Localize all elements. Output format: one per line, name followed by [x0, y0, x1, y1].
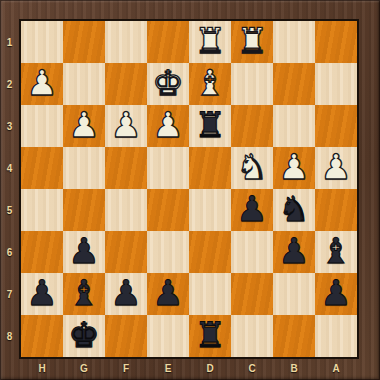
piece-white-knight[interactable]: ♞ [236, 150, 267, 185]
file-label-e: E [147, 357, 189, 380]
square-g2[interactable] [63, 63, 105, 105]
rank-label-4: 4 [0, 147, 19, 189]
square-h4[interactable] [21, 147, 63, 189]
square-b6[interactable]: ♟ [273, 231, 315, 273]
square-e2[interactable]: ♚ [147, 63, 189, 105]
square-d3[interactable]: ♜ [189, 105, 231, 147]
chess-app: 12345678 HGFEDCBA ♜♜♟♚♝♟♟♟♜♞♟♟♟♞♟♟♝♟♝♟♟♟… [0, 0, 380, 380]
square-e8[interactable] [147, 315, 189, 357]
square-c2[interactable] [231, 63, 273, 105]
square-a2[interactable] [315, 63, 357, 105]
square-h1[interactable] [21, 21, 63, 63]
piece-black-king[interactable]: ♚ [68, 318, 99, 353]
square-g4[interactable] [63, 147, 105, 189]
piece-white-pawn[interactable]: ♟ [278, 150, 309, 185]
square-f6[interactable] [105, 231, 147, 273]
piece-white-pawn[interactable]: ♟ [152, 108, 183, 143]
square-c1[interactable]: ♜ [231, 21, 273, 63]
piece-white-rook[interactable]: ♜ [194, 24, 225, 59]
square-f4[interactable] [105, 147, 147, 189]
square-c6[interactable] [231, 231, 273, 273]
square-h6[interactable] [21, 231, 63, 273]
square-a8[interactable] [315, 315, 357, 357]
square-f5[interactable] [105, 189, 147, 231]
piece-white-pawn[interactable]: ♟ [68, 108, 99, 143]
piece-white-pawn[interactable]: ♟ [110, 108, 141, 143]
square-h8[interactable] [21, 315, 63, 357]
square-g5[interactable] [63, 189, 105, 231]
file-label-d: D [189, 357, 231, 380]
piece-white-rook[interactable]: ♜ [236, 24, 267, 59]
square-d4[interactable] [189, 147, 231, 189]
piece-black-pawn[interactable]: ♟ [236, 192, 267, 227]
piece-black-pawn[interactable]: ♟ [68, 234, 99, 269]
square-f1[interactable] [105, 21, 147, 63]
piece-white-pawn[interactable]: ♟ [26, 66, 57, 101]
square-a7[interactable]: ♟ [315, 273, 357, 315]
rank-label-2: 2 [0, 63, 19, 105]
piece-white-bishop[interactable]: ♝ [194, 66, 225, 101]
piece-black-pawn[interactable]: ♟ [26, 276, 57, 311]
square-d7[interactable] [189, 273, 231, 315]
piece-black-pawn[interactable]: ♟ [152, 276, 183, 311]
rank-labels: 12345678 [0, 21, 19, 357]
piece-black-bishop[interactable]: ♝ [320, 234, 351, 269]
rank-label-3: 3 [0, 105, 19, 147]
piece-black-bishop[interactable]: ♝ [68, 276, 99, 311]
square-f8[interactable] [105, 315, 147, 357]
square-h5[interactable] [21, 189, 63, 231]
square-b1[interactable] [273, 21, 315, 63]
square-e5[interactable] [147, 189, 189, 231]
rank-label-5: 5 [0, 189, 19, 231]
file-label-h: H [21, 357, 63, 380]
rank-label-6: 6 [0, 231, 19, 273]
file-label-g: G [63, 357, 105, 380]
square-e6[interactable] [147, 231, 189, 273]
square-d1[interactable]: ♜ [189, 21, 231, 63]
square-d8[interactable]: ♜ [189, 315, 231, 357]
square-e1[interactable] [147, 21, 189, 63]
square-b5[interactable]: ♞ [273, 189, 315, 231]
square-h7[interactable]: ♟ [21, 273, 63, 315]
square-c5[interactable]: ♟ [231, 189, 273, 231]
square-c4[interactable]: ♞ [231, 147, 273, 189]
piece-black-knight[interactable]: ♞ [278, 192, 309, 227]
square-e4[interactable] [147, 147, 189, 189]
piece-black-pawn[interactable]: ♟ [278, 234, 309, 269]
square-f7[interactable]: ♟ [105, 273, 147, 315]
square-g1[interactable] [63, 21, 105, 63]
square-a1[interactable] [315, 21, 357, 63]
square-c3[interactable] [231, 105, 273, 147]
square-h3[interactable] [21, 105, 63, 147]
file-labels: HGFEDCBA [21, 357, 357, 380]
square-b2[interactable] [273, 63, 315, 105]
square-a4[interactable]: ♟ [315, 147, 357, 189]
square-c7[interactable] [231, 273, 273, 315]
square-g6[interactable]: ♟ [63, 231, 105, 273]
square-b7[interactable] [273, 273, 315, 315]
file-label-a: A [315, 357, 357, 380]
square-e7[interactable]: ♟ [147, 273, 189, 315]
square-g3[interactable]: ♟ [63, 105, 105, 147]
square-g8[interactable]: ♚ [63, 315, 105, 357]
square-a3[interactable] [315, 105, 357, 147]
piece-white-king[interactable]: ♚ [152, 66, 183, 101]
piece-black-rook[interactable]: ♜ [194, 318, 225, 353]
rank-label-1: 1 [0, 21, 19, 63]
square-f3[interactable]: ♟ [105, 105, 147, 147]
square-d5[interactable] [189, 189, 231, 231]
square-c8[interactable] [231, 315, 273, 357]
square-a5[interactable] [315, 189, 357, 231]
piece-black-rook[interactable]: ♜ [194, 108, 225, 143]
square-e3[interactable]: ♟ [147, 105, 189, 147]
square-f2[interactable] [105, 63, 147, 105]
square-b8[interactable] [273, 315, 315, 357]
file-label-c: C [231, 357, 273, 380]
square-g7[interactable]: ♝ [63, 273, 105, 315]
square-d6[interactable] [189, 231, 231, 273]
rank-label-8: 8 [0, 315, 19, 357]
file-label-b: B [273, 357, 315, 380]
square-d2[interactable]: ♝ [189, 63, 231, 105]
rank-label-7: 7 [0, 273, 19, 315]
piece-black-pawn[interactable]: ♟ [110, 276, 141, 311]
square-a6[interactable]: ♝ [315, 231, 357, 273]
file-label-f: F [105, 357, 147, 380]
chess-board: ♜♜♟♚♝♟♟♟♜♞♟♟♟♞♟♟♝♟♝♟♟♟♚♜ [19, 19, 359, 359]
piece-black-pawn[interactable]: ♟ [320, 276, 351, 311]
square-b3[interactable] [273, 105, 315, 147]
square-h2[interactable]: ♟ [21, 63, 63, 105]
piece-white-pawn[interactable]: ♟ [320, 150, 351, 185]
square-b4[interactable]: ♟ [273, 147, 315, 189]
